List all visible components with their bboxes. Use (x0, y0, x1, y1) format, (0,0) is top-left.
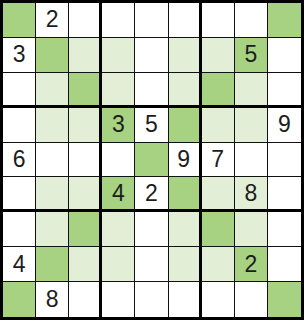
cell-r6c4[interactable]: 4 (102, 177, 135, 212)
cell-r2c8[interactable]: 5 (235, 38, 268, 73)
given-digit: 5 (244, 43, 257, 66)
cell-r9c9[interactable] (268, 282, 301, 317)
cell-r6c1[interactable] (3, 177, 36, 212)
cell-r5c4[interactable] (102, 143, 135, 178)
cell-r2c4[interactable] (102, 38, 135, 73)
cell-r3c4[interactable] (102, 73, 135, 108)
given-digit: 4 (13, 253, 26, 276)
cell-r1c7[interactable] (202, 3, 235, 38)
cell-r5c9[interactable] (268, 143, 301, 178)
cell-r3c1[interactable] (3, 73, 36, 108)
cell-r2c1[interactable]: 3 (3, 38, 36, 73)
cell-r8c5[interactable] (135, 247, 168, 282)
cell-r5c6[interactable]: 9 (169, 143, 202, 178)
cell-r4c1[interactable] (3, 108, 36, 143)
cell-r8c3[interactable] (69, 247, 102, 282)
cell-r8c1[interactable]: 4 (3, 247, 36, 282)
cell-r5c7[interactable]: 7 (202, 143, 235, 178)
cell-r3c6[interactable] (169, 73, 202, 108)
given-digit: 6 (13, 148, 26, 171)
cell-r4c5[interactable]: 5 (135, 108, 168, 143)
cell-r5c2[interactable] (36, 143, 69, 178)
cell-r2c7[interactable] (202, 38, 235, 73)
cell-r9c4[interactable] (102, 282, 135, 317)
cell-r8c6[interactable] (169, 247, 202, 282)
cell-r1c4[interactable] (102, 3, 135, 38)
given-digit: 2 (46, 8, 59, 31)
cell-r6c2[interactable] (36, 177, 69, 212)
given-digit: 5 (145, 113, 158, 136)
cell-r3c8[interactable] (235, 73, 268, 108)
cell-r7c9[interactable] (268, 212, 301, 247)
cell-r4c3[interactable] (69, 108, 102, 143)
cell-r9c8[interactable] (235, 282, 268, 317)
cell-r7c3[interactable] (69, 212, 102, 247)
cell-r2c9[interactable] (268, 38, 301, 73)
cell-r9c6[interactable] (169, 282, 202, 317)
cell-r4c4[interactable]: 3 (102, 108, 135, 143)
cell-r2c6[interactable] (169, 38, 202, 73)
cell-r7c2[interactable] (36, 212, 69, 247)
cell-r4c2[interactable] (36, 108, 69, 143)
cell-r9c7[interactable] (202, 282, 235, 317)
given-digit: 2 (244, 253, 257, 276)
cell-r2c5[interactable] (135, 38, 168, 73)
cell-r6c5[interactable]: 2 (135, 177, 168, 212)
cell-r9c3[interactable] (69, 282, 102, 317)
cell-r3c5[interactable] (135, 73, 168, 108)
cell-r1c2[interactable]: 2 (36, 3, 69, 38)
given-digit: 8 (46, 288, 59, 311)
cell-r7c8[interactable] (235, 212, 268, 247)
cell-r7c6[interactable] (169, 212, 202, 247)
cell-r1c5[interactable] (135, 3, 168, 38)
cell-r6c3[interactable] (69, 177, 102, 212)
cell-r5c8[interactable] (235, 143, 268, 178)
given-digit: 8 (244, 182, 257, 205)
cell-r7c4[interactable] (102, 212, 135, 247)
cell-r1c6[interactable] (169, 3, 202, 38)
sudoku-board: 235359697428428 (0, 0, 304, 320)
given-digit: 2 (145, 182, 158, 205)
cell-r4c6[interactable] (169, 108, 202, 143)
given-digit: 4 (112, 182, 125, 205)
cell-r1c1[interactable] (3, 3, 36, 38)
cell-r8c2[interactable] (36, 247, 69, 282)
cell-r7c7[interactable] (202, 212, 235, 247)
cell-r5c5[interactable] (135, 143, 168, 178)
cell-r6c9[interactable] (268, 177, 301, 212)
cell-r1c9[interactable] (268, 3, 301, 38)
cell-r9c5[interactable] (135, 282, 168, 317)
cell-r3c3[interactable] (69, 73, 102, 108)
given-digit: 7 (211, 148, 224, 171)
cell-r6c7[interactable] (202, 177, 235, 212)
cell-r2c3[interactable] (69, 38, 102, 73)
cell-r4c7[interactable] (202, 108, 235, 143)
cell-r3c9[interactable] (268, 73, 301, 108)
given-digit: 9 (177, 148, 190, 171)
cell-r1c8[interactable] (235, 3, 268, 38)
cell-r8c8[interactable]: 2 (235, 247, 268, 282)
cell-r9c1[interactable] (3, 282, 36, 317)
cell-r2c2[interactable] (36, 38, 69, 73)
cell-r6c8[interactable]: 8 (235, 177, 268, 212)
cell-r3c7[interactable] (202, 73, 235, 108)
cell-r4c8[interactable] (235, 108, 268, 143)
cell-r6c6[interactable] (169, 177, 202, 212)
cell-r3c2[interactable] (36, 73, 69, 108)
cell-r1c3[interactable] (69, 3, 102, 38)
cell-r8c4[interactable] (102, 247, 135, 282)
cell-r7c5[interactable] (135, 212, 168, 247)
cell-r8c9[interactable] (268, 247, 301, 282)
cell-r9c2[interactable]: 8 (36, 282, 69, 317)
given-digit: 3 (112, 113, 125, 136)
cell-r5c1[interactable]: 6 (3, 143, 36, 178)
cell-r5c3[interactable] (69, 143, 102, 178)
cell-r4c9[interactable]: 9 (268, 108, 301, 143)
given-digit: 9 (278, 113, 291, 136)
given-digit: 3 (13, 43, 26, 66)
cell-r8c7[interactable] (202, 247, 235, 282)
cell-r7c1[interactable] (3, 212, 36, 247)
